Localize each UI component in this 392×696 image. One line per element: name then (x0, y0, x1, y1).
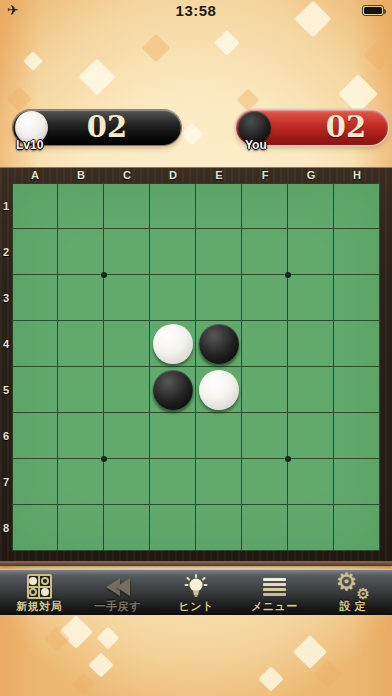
board-cell-b8[interactable] (58, 505, 104, 551)
board-cell-e8[interactable] (196, 505, 242, 551)
board-cell-a8[interactable] (12, 505, 58, 551)
board-cell-f5[interactable] (242, 367, 288, 413)
board-cell-e1[interactable] (196, 183, 242, 229)
board-cell-a5[interactable] (12, 367, 58, 413)
board-cell-a4[interactable] (12, 321, 58, 367)
column-label-a: A (12, 168, 58, 183)
board-cell-g2[interactable] (288, 229, 334, 275)
row-label-6: 6 (0, 413, 12, 459)
board-cell-d2[interactable] (150, 229, 196, 275)
board-cell-a7[interactable] (12, 459, 58, 505)
status-bar: ✈ 13:58 (0, 0, 392, 20)
column-label-b: B (58, 168, 104, 183)
board-cell-h8[interactable] (334, 505, 380, 551)
row-label-8: 8 (0, 505, 12, 551)
board-cell-g5[interactable] (288, 367, 334, 413)
board-cell-c5[interactable] (104, 367, 150, 413)
board-cell-d4[interactable] (150, 321, 196, 367)
diamond-decoration (73, 673, 96, 696)
row-label-3: 3 (0, 275, 12, 321)
board-cell-b1[interactable] (58, 183, 104, 229)
hint-label: ヒント (178, 599, 213, 614)
diamond-decoration (363, 39, 392, 70)
board-cell-d3[interactable] (150, 275, 196, 321)
board-cell-c8[interactable] (104, 505, 150, 551)
board-cell-e7[interactable] (196, 459, 242, 505)
new-game-button[interactable]: 新規対局 (0, 570, 78, 615)
user-score-plate: You 02 (236, 110, 388, 145)
board-cell-d7[interactable] (150, 459, 196, 505)
diamond-decoration (142, 34, 170, 62)
board-grid (12, 183, 380, 551)
board-cell-d5[interactable] (150, 367, 196, 413)
menu-label: メニュー (251, 599, 298, 614)
board-cell-b2[interactable] (58, 229, 104, 275)
board-cell-b6[interactable] (58, 413, 104, 459)
diamond-decoration (88, 652, 113, 677)
board-cell-f6[interactable] (242, 413, 288, 459)
user-score-value: 02 (321, 110, 371, 145)
column-label-h: H (334, 168, 380, 183)
board-cell-c3[interactable] (104, 275, 150, 321)
settings-button[interactable]: ⚙⚙ 設 定 (314, 570, 392, 615)
undo-move-label: 一手戻す (94, 599, 140, 614)
diamond-decoration (6, 86, 31, 111)
diamond-decoration (59, 615, 93, 649)
board-cell-f4[interactable] (242, 321, 288, 367)
opponent-score-value: 02 (82, 110, 132, 145)
board-cell-h7[interactable] (334, 459, 380, 505)
star-point (285, 272, 291, 278)
menu-button[interactable]: メニュー (235, 570, 313, 615)
board-cell-c2[interactable] (104, 229, 150, 275)
diamond-decoration (44, 626, 69, 651)
star-point (101, 456, 107, 462)
hint-button[interactable]: ヒント (157, 570, 235, 615)
board-cell-f3[interactable] (242, 275, 288, 321)
board-cell-b4[interactable] (58, 321, 104, 367)
othello-board: ABCDEFGH 12345678 (0, 167, 392, 566)
board-cell-h2[interactable] (334, 229, 380, 275)
board-cell-c4[interactable] (104, 321, 150, 367)
board-cell-a3[interactable] (12, 275, 58, 321)
menu-lines-icon (263, 578, 286, 596)
board-cell-g4[interactable] (288, 321, 334, 367)
star-point (285, 456, 291, 462)
board-cell-f2[interactable] (242, 229, 288, 275)
opponent-score-plate: Lv10 02 (13, 110, 181, 145)
board-cell-e2[interactable] (196, 229, 242, 275)
black-disc (153, 370, 193, 410)
row-label-2: 2 (0, 229, 12, 275)
diamond-decoration (79, 59, 116, 96)
gears-icon: ⚙⚙ (336, 574, 370, 599)
column-label-e: E (196, 168, 242, 183)
row-label-4: 4 (0, 321, 12, 367)
board-cell-f1[interactable] (242, 183, 288, 229)
board-cell-c7[interactable] (104, 459, 150, 505)
board-cell-d8[interactable] (150, 505, 196, 551)
column-label-f: F (242, 168, 288, 183)
board-cell-h5[interactable] (334, 367, 380, 413)
board-cell-e5[interactable] (196, 367, 242, 413)
board-cell-a1[interactable] (12, 183, 58, 229)
lightbulb-icon (182, 574, 210, 600)
board-cell-e3[interactable] (196, 275, 242, 321)
board-cell-h4[interactable] (334, 321, 380, 367)
board-cell-h3[interactable] (334, 275, 380, 321)
diamond-decoration (314, 660, 342, 688)
row-label-5: 5 (0, 367, 12, 413)
new-game-label: 新規対局 (16, 599, 62, 614)
column-label-d: D (150, 168, 196, 183)
status-bar-clock: 13:58 (0, 2, 392, 19)
board-cell-d1[interactable] (150, 183, 196, 229)
board-cell-f8[interactable] (242, 505, 288, 551)
new-game-board-icon (27, 574, 52, 599)
board-cell-c6[interactable] (104, 413, 150, 459)
othello-app-screen: ✈ 13:58 Lv10 02 You 02 ABCDEFGH 12345678… (0, 0, 392, 696)
rewind-icon (106, 578, 130, 596)
board-cell-a6[interactable] (12, 413, 58, 459)
board-cell-f7[interactable] (242, 459, 288, 505)
white-disc (199, 370, 239, 410)
column-label-g: G (288, 168, 334, 183)
star-point (101, 272, 107, 278)
board-cell-b7[interactable] (58, 459, 104, 505)
column-label-c: C (104, 168, 150, 183)
bottom-toolbar: 新規対局 一手戻す (0, 569, 392, 615)
board-cell-h1[interactable] (334, 183, 380, 229)
board-cell-g3[interactable] (288, 275, 334, 321)
board-cell-c1[interactable] (104, 183, 150, 229)
board-cell-g7[interactable] (288, 459, 334, 505)
board-cell-a2[interactable] (12, 229, 58, 275)
diamond-decoration (237, 89, 260, 112)
board-cell-e4[interactable] (196, 321, 242, 367)
diamond-decoration (97, 627, 120, 650)
white-disc (153, 324, 193, 364)
board-cell-g1[interactable] (288, 183, 334, 229)
diamond-decoration (338, 74, 378, 114)
diamond-decoration (23, 51, 43, 71)
column-labels: ABCDEFGH (12, 168, 380, 183)
board-cell-g6[interactable] (288, 413, 334, 459)
undo-move-button[interactable]: 一手戻す (78, 570, 156, 615)
user-name-label: You (245, 138, 267, 152)
row-labels: 12345678 (0, 183, 12, 551)
diamond-decoration (293, 635, 327, 669)
diamond-decoration (214, 30, 239, 55)
board-cell-e6[interactable] (196, 413, 242, 459)
opponent-name-label: Lv10 (16, 138, 43, 152)
black-disc (199, 324, 239, 364)
board-cell-d6[interactable] (150, 413, 196, 459)
battery-icon (362, 5, 384, 16)
row-label-7: 7 (0, 459, 12, 505)
row-label-1: 1 (0, 183, 12, 229)
board-cell-b3[interactable] (58, 275, 104, 321)
diamond-decoration (258, 666, 283, 691)
board-cell-b5[interactable] (58, 367, 104, 413)
board-cell-h6[interactable] (334, 413, 380, 459)
diamond-decoration (181, 123, 204, 146)
board-cell-g8[interactable] (288, 505, 334, 551)
